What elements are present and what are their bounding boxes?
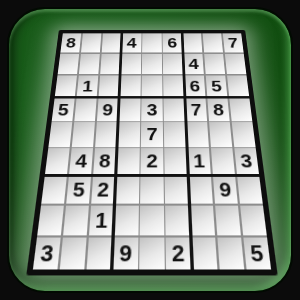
sudoku-app-icon[interactable]: 846741655937874821352913925 (0, 0, 300, 300)
cell-r4c7[interactable]: 7 (185, 98, 207, 121)
cell-r1c2[interactable] (81, 33, 102, 52)
cell-r3c3[interactable] (98, 75, 119, 97)
cell-r1c4[interactable]: 4 (122, 33, 141, 52)
cell-r7c1[interactable] (41, 176, 67, 204)
cell-r3c9[interactable] (227, 75, 250, 97)
cell-r7c5[interactable] (140, 176, 163, 204)
cell-r1c9[interactable]: 7 (223, 33, 244, 52)
cell-r2c9[interactable] (225, 54, 247, 74)
cell-r4c4[interactable] (119, 98, 140, 121)
cell-r9c4[interactable]: 9 (113, 237, 138, 269)
cell-r9c1[interactable]: 3 (33, 237, 61, 269)
cell-r2c7[interactable]: 4 (183, 54, 204, 74)
cell-r7c2[interactable]: 5 (66, 176, 91, 204)
cell-r6c3[interactable]: 8 (93, 148, 117, 174)
cell-r9c5[interactable] (140, 237, 165, 269)
cell-r1c3[interactable] (101, 33, 121, 52)
cell-r5c8[interactable] (209, 122, 232, 147)
sudoku-board: 846741655937874821352913925 (26, 30, 277, 275)
cell-r2c5[interactable] (142, 54, 162, 74)
cell-r9c9[interactable]: 5 (243, 237, 271, 269)
cell-r3c5[interactable] (142, 75, 162, 97)
cell-r1c7[interactable] (183, 33, 203, 52)
cell-r3c1[interactable] (55, 75, 78, 97)
cell-r9c8[interactable] (217, 237, 244, 269)
icon-green-panel: 846741655937874821352913925 (7, 7, 293, 293)
cell-r3c4[interactable] (120, 75, 141, 97)
cell-r8c5[interactable] (140, 205, 164, 235)
cell-r9c7[interactable] (191, 237, 217, 269)
cell-r7c8[interactable]: 9 (213, 176, 238, 204)
cell-r2c1[interactable] (58, 54, 80, 74)
cell-r8c8[interactable] (215, 205, 241, 235)
cell-r5c5[interactable]: 7 (141, 122, 163, 147)
cell-r6c1[interactable] (45, 148, 70, 174)
cell-r8c1[interactable] (37, 205, 64, 235)
cell-r7c3[interactable]: 2 (91, 176, 115, 204)
cell-r2c2[interactable] (79, 54, 100, 74)
cell-r8c7[interactable] (190, 205, 215, 235)
cell-r5c9[interactable] (231, 122, 255, 147)
cell-r1c6[interactable]: 6 (163, 33, 182, 52)
box-separator-horizontal-1 (55, 97, 250, 99)
cell-r3c2[interactable]: 1 (77, 75, 99, 97)
cell-r4c8[interactable]: 8 (207, 98, 230, 121)
cell-r5c7[interactable] (186, 122, 209, 147)
cell-r9c3[interactable] (86, 237, 112, 269)
cell-r7c4[interactable] (116, 176, 140, 204)
cell-r8c3[interactable]: 1 (89, 205, 114, 235)
cell-r3c6[interactable] (163, 75, 184, 97)
cell-r1c1[interactable]: 8 (60, 33, 81, 52)
cell-r1c8[interactable] (203, 33, 224, 52)
cell-r6c5[interactable]: 2 (141, 148, 163, 174)
cell-r4c6[interactable] (164, 98, 185, 121)
cell-r6c7[interactable]: 1 (188, 148, 212, 174)
cell-r8c6[interactable] (165, 205, 189, 235)
cell-r3c7[interactable]: 6 (184, 75, 205, 97)
cell-r4c2[interactable] (74, 98, 97, 121)
cell-r8c4[interactable] (114, 205, 138, 235)
cell-r6c6[interactable] (164, 148, 187, 174)
cell-r7c6[interactable] (165, 176, 189, 204)
cell-r1c5[interactable] (142, 33, 161, 52)
cell-r7c7[interactable] (189, 176, 213, 204)
cell-r2c4[interactable] (121, 54, 141, 74)
cell-r9c2[interactable] (60, 237, 87, 269)
cell-r4c9[interactable] (229, 98, 252, 121)
cell-r2c3[interactable] (100, 54, 121, 74)
cell-r6c9[interactable]: 3 (234, 148, 259, 174)
cell-r6c8[interactable] (211, 148, 235, 174)
cell-r6c4[interactable] (117, 148, 140, 174)
sudoku-grid: 846741655937874821352913925 (33, 33, 271, 269)
cell-r2c8[interactable] (204, 54, 225, 74)
cell-r8c9[interactable] (240, 205, 267, 235)
cell-r5c2[interactable] (72, 122, 95, 147)
cell-r5c6[interactable] (164, 122, 186, 147)
cell-r5c4[interactable] (118, 122, 140, 147)
cell-r8c2[interactable] (63, 205, 89, 235)
cell-r5c3[interactable] (95, 122, 118, 147)
box-separator-horizontal-2 (45, 174, 260, 177)
cell-r5c1[interactable] (48, 122, 72, 147)
cell-r2c6[interactable] (163, 54, 183, 74)
cell-r4c3[interactable]: 9 (97, 98, 119, 121)
cell-r4c5[interactable]: 3 (142, 98, 163, 121)
cell-r6c2[interactable]: 4 (69, 148, 93, 174)
cell-r9c6[interactable]: 2 (166, 237, 191, 269)
cell-r3c8[interactable]: 5 (206, 75, 228, 97)
cell-r7c9[interactable] (237, 176, 263, 204)
cell-r4c1[interactable]: 5 (52, 98, 75, 121)
